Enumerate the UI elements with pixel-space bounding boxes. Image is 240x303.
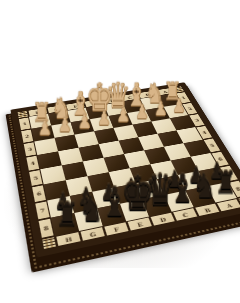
file-label: A <box>216 198 240 212</box>
square-d6 <box>130 164 157 183</box>
file-label: H <box>55 231 82 247</box>
square-d4 <box>119 137 144 154</box>
chess-board: HGFEDCBA1♜♞♝♚♛♝♞♜12♟♟♟♟♟♟♟♟2334455667♟♟♟… <box>10 82 240 257</box>
product-photo: HGFEDCBA1♜♞♝♚♛♝♞♜12♟♟♟♟♟♟♟♟2334455667♟♟♟… <box>0 0 240 303</box>
black-pawn-e7: ♟ <box>123 177 139 199</box>
scene: HGFEDCBA1♜♞♝♚♛♝♞♜12♟♟♟♟♟♟♟♟2334455667♟♟♟… <box>0 0 240 303</box>
